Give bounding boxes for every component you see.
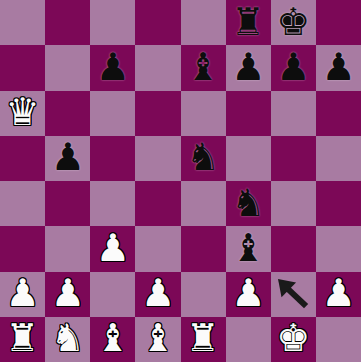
black-rook[interactable]: ♜: [231, 3, 265, 41]
white-pawn[interactable]: ♟: [51, 274, 85, 312]
square-h7[interactable]: ♟: [316, 45, 361, 90]
white-pawn[interactable]: ♟: [141, 274, 175, 312]
square-a6[interactable]: ♛: [0, 91, 45, 136]
square-a7[interactable]: [0, 45, 45, 90]
square-h5[interactable]: [316, 136, 361, 181]
square-e7[interactable]: ♝: [181, 45, 226, 90]
white-pawn[interactable]: ♟: [96, 229, 130, 267]
square-a4[interactable]: [0, 181, 45, 226]
square-f3[interactable]: ♝: [226, 226, 271, 271]
square-h3[interactable]: [316, 226, 361, 271]
black-pawn[interactable]: ♟: [231, 48, 265, 86]
black-pawn[interactable]: ♟: [51, 138, 85, 176]
square-f7[interactable]: ♟: [226, 45, 271, 90]
square-d8[interactable]: [135, 0, 180, 45]
square-c6[interactable]: [90, 91, 135, 136]
square-f1[interactable]: [226, 317, 271, 362]
black-king[interactable]: ♚: [276, 3, 310, 41]
white-bishop[interactable]: ♝: [141, 319, 175, 357]
black-pawn[interactable]: ♟: [321, 48, 355, 86]
square-f2[interactable]: ♟: [226, 272, 271, 317]
square-c7[interactable]: ♟: [90, 45, 135, 90]
square-b5[interactable]: ♟: [45, 136, 90, 181]
square-e8[interactable]: [181, 0, 226, 45]
square-g5[interactable]: [271, 136, 316, 181]
white-queen[interactable]: ♛: [6, 93, 40, 131]
square-f5[interactable]: [226, 136, 271, 181]
black-bishop[interactable]: ♝: [186, 48, 220, 86]
square-a8[interactable]: [0, 0, 45, 45]
square-e6[interactable]: [181, 91, 226, 136]
chess-board: ♜♚♟♝♟♟♟♛♟♞♞♟♝♟♟♟♟♟♜♞♝♝♜♚: [0, 0, 361, 362]
square-h8[interactable]: [316, 0, 361, 45]
white-pawn[interactable]: ♟: [6, 274, 40, 312]
square-b8[interactable]: [45, 0, 90, 45]
white-pawn[interactable]: ♟: [321, 274, 355, 312]
square-g8[interactable]: ♚: [271, 0, 316, 45]
arrow-up-left-icon: [271, 272, 316, 317]
square-b4[interactable]: [45, 181, 90, 226]
white-pawn[interactable]: ♟: [231, 274, 265, 312]
square-b2[interactable]: ♟: [45, 272, 90, 317]
square-h6[interactable]: [316, 91, 361, 136]
black-bishop[interactable]: ♝: [231, 229, 265, 267]
square-d3[interactable]: [135, 226, 180, 271]
square-g7[interactable]: ♟: [271, 45, 316, 90]
chess-board-window: ♜♚♟♝♟♟♟♛♟♞♞♟♝♟♟♟♟♟♜♞♝♝♜♚: [0, 0, 361, 362]
square-d6[interactable]: [135, 91, 180, 136]
square-a2[interactable]: ♟: [0, 272, 45, 317]
square-d4[interactable]: [135, 181, 180, 226]
square-c5[interactable]: [90, 136, 135, 181]
black-pawn[interactable]: ♟: [96, 48, 130, 86]
square-b3[interactable]: [45, 226, 90, 271]
square-c4[interactable]: [90, 181, 135, 226]
square-c1[interactable]: ♝: [90, 317, 135, 362]
square-f8[interactable]: ♜: [226, 0, 271, 45]
square-g4[interactable]: [271, 181, 316, 226]
square-h2[interactable]: ♟: [316, 272, 361, 317]
square-e4[interactable]: [181, 181, 226, 226]
square-f6[interactable]: [226, 91, 271, 136]
square-h4[interactable]: [316, 181, 361, 226]
square-a1[interactable]: ♜: [0, 317, 45, 362]
black-knight[interactable]: ♞: [231, 184, 265, 222]
square-a3[interactable]: [0, 226, 45, 271]
white-rook[interactable]: ♜: [6, 319, 40, 357]
square-e2[interactable]: [181, 272, 226, 317]
square-c3[interactable]: ♟: [90, 226, 135, 271]
square-g2[interactable]: [271, 272, 316, 317]
square-h1[interactable]: [316, 317, 361, 362]
white-bishop[interactable]: ♝: [96, 319, 130, 357]
square-b6[interactable]: [45, 91, 90, 136]
black-knight[interactable]: ♞: [186, 138, 220, 176]
square-a5[interactable]: [0, 136, 45, 181]
square-b7[interactable]: [45, 45, 90, 90]
square-g3[interactable]: [271, 226, 316, 271]
square-d7[interactable]: [135, 45, 180, 90]
square-b1[interactable]: ♞: [45, 317, 90, 362]
square-e1[interactable]: ♜: [181, 317, 226, 362]
white-knight[interactable]: ♞: [51, 319, 85, 357]
square-c8[interactable]: [90, 0, 135, 45]
square-g6[interactable]: [271, 91, 316, 136]
square-d2[interactable]: ♟: [135, 272, 180, 317]
white-rook[interactable]: ♜: [186, 319, 220, 357]
square-c2[interactable]: [90, 272, 135, 317]
square-e3[interactable]: [181, 226, 226, 271]
square-d1[interactable]: ♝: [135, 317, 180, 362]
square-e5[interactable]: ♞: [181, 136, 226, 181]
square-f4[interactable]: ♞: [226, 181, 271, 226]
white-king[interactable]: ♚: [276, 319, 310, 357]
square-g1[interactable]: ♚: [271, 317, 316, 362]
black-pawn[interactable]: ♟: [276, 48, 310, 86]
square-d5[interactable]: [135, 136, 180, 181]
